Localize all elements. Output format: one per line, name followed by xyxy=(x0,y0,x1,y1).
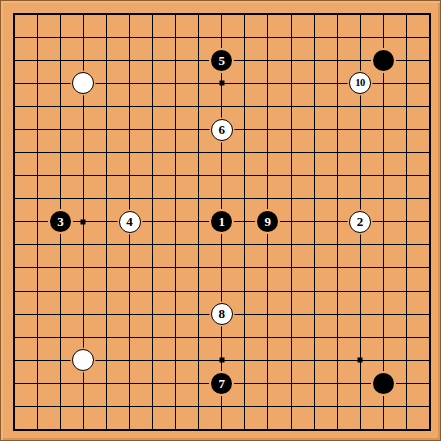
intersection[interactable] xyxy=(233,233,256,256)
intersection[interactable] xyxy=(49,141,72,164)
intersection[interactable] xyxy=(49,95,72,118)
intersection[interactable] xyxy=(95,164,118,187)
intersection[interactable] xyxy=(72,118,95,141)
intersection[interactable] xyxy=(3,95,26,118)
intersection[interactable] xyxy=(187,372,210,395)
intersection[interactable] xyxy=(26,418,49,441)
intersection[interactable] xyxy=(49,26,72,49)
intersection[interactable] xyxy=(372,348,395,371)
intersection[interactable]: 3 xyxy=(49,210,72,233)
intersection[interactable] xyxy=(141,233,164,256)
intersection[interactable] xyxy=(279,302,302,325)
intersection[interactable] xyxy=(164,95,187,118)
intersection[interactable] xyxy=(279,187,302,210)
intersection[interactable] xyxy=(256,233,279,256)
intersection[interactable] xyxy=(372,372,395,395)
intersection[interactable] xyxy=(26,118,49,141)
intersection[interactable] xyxy=(395,256,418,279)
intersection[interactable] xyxy=(233,395,256,418)
intersection[interactable] xyxy=(95,49,118,72)
intersection[interactable] xyxy=(95,256,118,279)
intersection[interactable] xyxy=(418,395,441,418)
intersection[interactable] xyxy=(95,95,118,118)
intersection[interactable] xyxy=(118,118,141,141)
intersection[interactable] xyxy=(118,372,141,395)
intersection[interactable] xyxy=(118,164,141,187)
intersection[interactable] xyxy=(210,141,233,164)
intersection[interactable] xyxy=(395,279,418,302)
intersection[interactable] xyxy=(95,302,118,325)
intersection[interactable] xyxy=(233,95,256,118)
intersection[interactable] xyxy=(210,418,233,441)
intersection[interactable] xyxy=(26,279,49,302)
intersection[interactable] xyxy=(95,325,118,348)
intersection[interactable] xyxy=(95,141,118,164)
intersection[interactable] xyxy=(256,26,279,49)
intersection[interactable] xyxy=(164,72,187,95)
intersection[interactable] xyxy=(395,302,418,325)
intersection[interactable] xyxy=(141,325,164,348)
intersection[interactable] xyxy=(233,141,256,164)
intersection[interactable] xyxy=(141,49,164,72)
intersection[interactable] xyxy=(325,118,348,141)
intersection[interactable] xyxy=(3,256,26,279)
intersection[interactable] xyxy=(233,3,256,26)
intersection[interactable] xyxy=(325,26,348,49)
intersection[interactable] xyxy=(72,141,95,164)
intersection[interactable] xyxy=(164,26,187,49)
intersection[interactable] xyxy=(49,164,72,187)
intersection[interactable] xyxy=(233,372,256,395)
intersection[interactable] xyxy=(325,395,348,418)
intersection[interactable] xyxy=(233,72,256,95)
intersection[interactable] xyxy=(118,279,141,302)
intersection[interactable] xyxy=(302,3,325,26)
intersection[interactable] xyxy=(72,187,95,210)
intersection[interactable] xyxy=(141,95,164,118)
intersection[interactable] xyxy=(210,164,233,187)
intersection[interactable] xyxy=(95,118,118,141)
intersection[interactable] xyxy=(233,187,256,210)
intersection[interactable] xyxy=(395,49,418,72)
intersection[interactable] xyxy=(348,118,371,141)
intersection[interactable] xyxy=(418,3,441,26)
intersection[interactable] xyxy=(72,72,95,95)
intersection[interactable] xyxy=(302,72,325,95)
intersection[interactable] xyxy=(348,49,371,72)
intersection[interactable] xyxy=(210,95,233,118)
intersection[interactable] xyxy=(72,49,95,72)
intersection[interactable] xyxy=(187,164,210,187)
intersection[interactable] xyxy=(95,26,118,49)
intersection[interactable] xyxy=(26,187,49,210)
intersection[interactable] xyxy=(279,418,302,441)
intersection[interactable] xyxy=(72,418,95,441)
intersection[interactable] xyxy=(279,210,302,233)
intersection[interactable] xyxy=(348,395,371,418)
intersection[interactable] xyxy=(3,72,26,95)
intersection[interactable] xyxy=(118,233,141,256)
intersection[interactable] xyxy=(279,141,302,164)
intersection[interactable] xyxy=(233,26,256,49)
intersection[interactable] xyxy=(348,164,371,187)
intersection[interactable] xyxy=(302,118,325,141)
intersection[interactable] xyxy=(3,372,26,395)
intersection[interactable] xyxy=(418,372,441,395)
intersection[interactable] xyxy=(49,348,72,371)
intersection[interactable] xyxy=(141,256,164,279)
intersection[interactable] xyxy=(164,233,187,256)
intersection[interactable] xyxy=(348,279,371,302)
intersection[interactable] xyxy=(49,3,72,26)
intersection[interactable] xyxy=(256,95,279,118)
intersection[interactable] xyxy=(72,395,95,418)
intersection[interactable] xyxy=(95,372,118,395)
intersection[interactable] xyxy=(141,372,164,395)
intersection[interactable] xyxy=(233,118,256,141)
intersection[interactable] xyxy=(325,3,348,26)
intersection[interactable] xyxy=(348,141,371,164)
intersection[interactable] xyxy=(26,302,49,325)
intersection[interactable] xyxy=(26,348,49,371)
intersection[interactable] xyxy=(302,233,325,256)
intersection[interactable] xyxy=(395,372,418,395)
intersection[interactable] xyxy=(418,302,441,325)
intersection[interactable] xyxy=(164,325,187,348)
intersection[interactable]: 7 xyxy=(210,372,233,395)
intersection[interactable] xyxy=(325,95,348,118)
intersection[interactable] xyxy=(141,395,164,418)
intersection[interactable] xyxy=(325,187,348,210)
intersection[interactable] xyxy=(256,395,279,418)
intersection[interactable] xyxy=(26,72,49,95)
intersection[interactable] xyxy=(325,348,348,371)
intersection[interactable] xyxy=(26,372,49,395)
intersection[interactable] xyxy=(279,26,302,49)
intersection[interactable]: 5 xyxy=(210,49,233,72)
intersection[interactable] xyxy=(302,164,325,187)
intersection[interactable] xyxy=(95,72,118,95)
intersection[interactable] xyxy=(279,395,302,418)
intersection[interactable] xyxy=(118,348,141,371)
intersection[interactable] xyxy=(164,118,187,141)
intersection[interactable]: 1 xyxy=(210,210,233,233)
intersection[interactable] xyxy=(418,325,441,348)
intersection[interactable] xyxy=(302,256,325,279)
intersection[interactable] xyxy=(187,233,210,256)
intersection[interactable] xyxy=(95,418,118,441)
intersection[interactable] xyxy=(187,418,210,441)
intersection[interactable] xyxy=(118,325,141,348)
intersection[interactable] xyxy=(187,210,210,233)
intersection[interactable] xyxy=(348,325,371,348)
intersection[interactable] xyxy=(95,210,118,233)
intersection[interactable] xyxy=(72,325,95,348)
intersection[interactable] xyxy=(302,279,325,302)
intersection[interactable]: 8 xyxy=(210,302,233,325)
intersection[interactable] xyxy=(302,372,325,395)
intersection[interactable] xyxy=(141,72,164,95)
intersection[interactable] xyxy=(164,187,187,210)
intersection[interactable] xyxy=(72,256,95,279)
intersection[interactable] xyxy=(187,26,210,49)
intersection[interactable] xyxy=(279,279,302,302)
intersection[interactable] xyxy=(325,164,348,187)
intersection[interactable] xyxy=(348,372,371,395)
intersection[interactable] xyxy=(348,3,371,26)
intersection[interactable] xyxy=(49,372,72,395)
intersection[interactable] xyxy=(187,187,210,210)
intersection[interactable] xyxy=(187,279,210,302)
intersection[interactable] xyxy=(3,118,26,141)
intersection[interactable] xyxy=(26,49,49,72)
intersection[interactable] xyxy=(348,95,371,118)
intersection[interactable] xyxy=(3,187,26,210)
intersection[interactable] xyxy=(256,72,279,95)
intersection[interactable] xyxy=(95,279,118,302)
intersection[interactable] xyxy=(118,49,141,72)
intersection[interactable] xyxy=(95,395,118,418)
intersection[interactable] xyxy=(372,3,395,26)
intersection[interactable] xyxy=(49,233,72,256)
intersection[interactable] xyxy=(164,395,187,418)
intersection[interactable] xyxy=(49,279,72,302)
intersection[interactable] xyxy=(141,210,164,233)
intersection[interactable] xyxy=(26,164,49,187)
intersection[interactable] xyxy=(210,187,233,210)
intersection[interactable] xyxy=(325,372,348,395)
intersection[interactable] xyxy=(3,325,26,348)
intersection[interactable] xyxy=(49,418,72,441)
intersection[interactable] xyxy=(164,256,187,279)
intersection[interactable] xyxy=(233,49,256,72)
intersection[interactable] xyxy=(418,164,441,187)
intersection[interactable] xyxy=(141,26,164,49)
intersection[interactable] xyxy=(256,256,279,279)
intersection[interactable] xyxy=(3,3,26,26)
intersection[interactable] xyxy=(395,72,418,95)
intersection[interactable] xyxy=(187,72,210,95)
intersection[interactable] xyxy=(302,395,325,418)
intersection[interactable] xyxy=(210,395,233,418)
intersection[interactable] xyxy=(49,395,72,418)
intersection[interactable] xyxy=(279,325,302,348)
intersection[interactable] xyxy=(279,3,302,26)
intersection[interactable] xyxy=(325,256,348,279)
intersection[interactable] xyxy=(395,141,418,164)
intersection[interactable] xyxy=(187,141,210,164)
intersection[interactable] xyxy=(256,3,279,26)
intersection[interactable] xyxy=(72,302,95,325)
intersection[interactable] xyxy=(233,302,256,325)
intersection[interactable] xyxy=(395,395,418,418)
intersection[interactable] xyxy=(302,95,325,118)
intersection[interactable] xyxy=(72,164,95,187)
intersection[interactable] xyxy=(418,118,441,141)
intersection[interactable] xyxy=(210,279,233,302)
intersection[interactable] xyxy=(26,26,49,49)
intersection[interactable] xyxy=(302,26,325,49)
intersection[interactable] xyxy=(95,233,118,256)
intersection[interactable] xyxy=(279,164,302,187)
intersection[interactable] xyxy=(279,49,302,72)
intersection[interactable] xyxy=(233,348,256,371)
intersection[interactable] xyxy=(141,302,164,325)
intersection[interactable]: 6 xyxy=(210,118,233,141)
intersection[interactable] xyxy=(395,95,418,118)
intersection[interactable] xyxy=(372,233,395,256)
intersection[interactable] xyxy=(72,233,95,256)
intersection[interactable] xyxy=(395,3,418,26)
intersection[interactable] xyxy=(372,118,395,141)
intersection[interactable] xyxy=(72,372,95,395)
intersection[interactable] xyxy=(49,302,72,325)
intersection[interactable] xyxy=(164,279,187,302)
intersection[interactable] xyxy=(49,256,72,279)
intersection[interactable] xyxy=(164,141,187,164)
intersection[interactable] xyxy=(395,118,418,141)
intersection[interactable] xyxy=(348,418,371,441)
intersection[interactable] xyxy=(348,26,371,49)
intersection[interactable] xyxy=(141,164,164,187)
intersection[interactable] xyxy=(372,49,395,72)
intersection[interactable] xyxy=(348,187,371,210)
intersection[interactable] xyxy=(302,49,325,72)
intersection[interactable] xyxy=(3,418,26,441)
intersection[interactable] xyxy=(187,256,210,279)
intersection[interactable] xyxy=(118,26,141,49)
intersection[interactable] xyxy=(348,348,371,371)
intersection[interactable] xyxy=(141,348,164,371)
intersection[interactable] xyxy=(418,256,441,279)
intersection[interactable] xyxy=(118,256,141,279)
intersection[interactable] xyxy=(49,325,72,348)
intersection[interactable] xyxy=(26,256,49,279)
intersection[interactable] xyxy=(210,256,233,279)
intersection[interactable] xyxy=(3,395,26,418)
intersection[interactable] xyxy=(279,72,302,95)
intersection[interactable] xyxy=(302,418,325,441)
intersection[interactable] xyxy=(256,118,279,141)
intersection[interactable] xyxy=(372,418,395,441)
intersection[interactable] xyxy=(418,210,441,233)
intersection[interactable] xyxy=(3,141,26,164)
intersection[interactable] xyxy=(279,348,302,371)
intersection[interactable] xyxy=(418,72,441,95)
intersection[interactable] xyxy=(95,348,118,371)
intersection[interactable] xyxy=(49,49,72,72)
intersection[interactable] xyxy=(3,233,26,256)
intersection[interactable] xyxy=(210,233,233,256)
intersection[interactable] xyxy=(395,26,418,49)
intersection[interactable] xyxy=(256,372,279,395)
intersection[interactable] xyxy=(3,164,26,187)
intersection[interactable] xyxy=(187,118,210,141)
intersection[interactable] xyxy=(72,279,95,302)
intersection[interactable] xyxy=(418,348,441,371)
intersection[interactable] xyxy=(418,279,441,302)
intersection[interactable] xyxy=(279,233,302,256)
intersection[interactable] xyxy=(279,95,302,118)
intersection[interactable] xyxy=(325,72,348,95)
intersection[interactable] xyxy=(72,348,95,371)
intersection[interactable] xyxy=(210,325,233,348)
intersection[interactable] xyxy=(233,256,256,279)
intersection[interactable] xyxy=(372,95,395,118)
intersection[interactable] xyxy=(325,325,348,348)
intersection[interactable] xyxy=(302,210,325,233)
intersection[interactable] xyxy=(3,279,26,302)
intersection[interactable] xyxy=(325,418,348,441)
intersection[interactable] xyxy=(279,118,302,141)
intersection[interactable] xyxy=(256,187,279,210)
intersection[interactable] xyxy=(302,187,325,210)
intersection[interactable] xyxy=(372,141,395,164)
intersection[interactable] xyxy=(418,26,441,49)
intersection[interactable] xyxy=(26,3,49,26)
intersection[interactable] xyxy=(164,210,187,233)
intersection[interactable] xyxy=(141,187,164,210)
intersection[interactable] xyxy=(141,3,164,26)
intersection[interactable] xyxy=(325,279,348,302)
intersection[interactable] xyxy=(118,95,141,118)
intersection[interactable] xyxy=(164,418,187,441)
intersection[interactable] xyxy=(164,302,187,325)
intersection[interactable] xyxy=(256,302,279,325)
intersection[interactable] xyxy=(372,279,395,302)
intersection[interactable] xyxy=(118,141,141,164)
intersection[interactable] xyxy=(256,164,279,187)
intersection[interactable] xyxy=(72,3,95,26)
intersection[interactable] xyxy=(372,256,395,279)
intersection[interactable] xyxy=(141,118,164,141)
intersection[interactable] xyxy=(72,210,95,233)
intersection[interactable] xyxy=(372,325,395,348)
intersection[interactable] xyxy=(141,141,164,164)
intersection[interactable] xyxy=(187,3,210,26)
intersection[interactable] xyxy=(3,49,26,72)
intersection[interactable] xyxy=(418,95,441,118)
intersection[interactable] xyxy=(49,187,72,210)
intersection[interactable] xyxy=(372,302,395,325)
intersection[interactable] xyxy=(164,164,187,187)
intersection[interactable] xyxy=(372,187,395,210)
intersection[interactable] xyxy=(418,187,441,210)
intersection[interactable] xyxy=(187,348,210,371)
intersection[interactable] xyxy=(395,233,418,256)
intersection[interactable] xyxy=(256,279,279,302)
intersection[interactable] xyxy=(256,325,279,348)
intersection[interactable] xyxy=(279,372,302,395)
intersection[interactable] xyxy=(118,395,141,418)
intersection[interactable] xyxy=(3,26,26,49)
intersection[interactable] xyxy=(210,3,233,26)
intersection[interactable] xyxy=(187,95,210,118)
intersection[interactable] xyxy=(187,49,210,72)
intersection[interactable] xyxy=(187,302,210,325)
intersection[interactable] xyxy=(164,3,187,26)
intersection[interactable] xyxy=(372,164,395,187)
intersection[interactable] xyxy=(72,26,95,49)
intersection[interactable] xyxy=(141,279,164,302)
intersection[interactable]: 2 xyxy=(348,210,371,233)
intersection[interactable] xyxy=(325,141,348,164)
intersection[interactable] xyxy=(256,418,279,441)
intersection[interactable] xyxy=(3,302,26,325)
intersection[interactable] xyxy=(49,118,72,141)
intersection[interactable] xyxy=(210,26,233,49)
intersection[interactable] xyxy=(418,141,441,164)
